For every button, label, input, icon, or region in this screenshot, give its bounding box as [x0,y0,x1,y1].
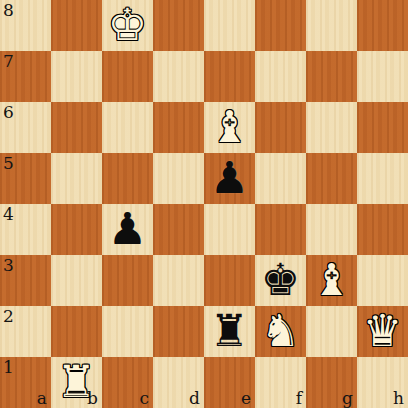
square-c7[interactable] [102,51,153,102]
rank-label-6: 6 [3,104,14,121]
square-e6[interactable]: ♝ [204,102,255,153]
file-label-e: e [241,390,251,407]
rank-label-2: 2 [3,308,14,325]
white-queen: ♛ [363,305,402,356]
square-h1[interactable]: h [357,357,408,408]
square-a4[interactable]: 4 [0,204,51,255]
square-g8[interactable] [306,0,357,51]
white-bishop: ♝ [210,101,249,152]
file-label-a: a [37,390,47,407]
square-d6[interactable] [153,102,204,153]
square-a7[interactable]: 7 [0,51,51,102]
square-c6[interactable] [102,102,153,153]
square-g4[interactable] [306,204,357,255]
square-f6[interactable] [255,102,306,153]
square-c1[interactable]: c [102,357,153,408]
square-e8[interactable] [204,0,255,51]
square-g5[interactable] [306,153,357,204]
file-label-d: d [189,390,200,407]
square-f1[interactable]: f [255,357,306,408]
white-rook: ♜ [57,356,96,407]
rank-label-1: 1 [3,359,14,376]
square-f5[interactable] [255,153,306,204]
square-e3[interactable] [204,255,255,306]
rank-label-5: 5 [3,155,14,172]
file-label-h: h [393,390,404,407]
square-a6[interactable]: 6 [0,102,51,153]
square-d5[interactable] [153,153,204,204]
square-f8[interactable] [255,0,306,51]
square-b4[interactable] [51,204,102,255]
black-rook: ♜ [210,305,249,356]
square-a5[interactable]: 5 [0,153,51,204]
square-g2[interactable] [306,306,357,357]
black-king: ♚ [261,254,300,305]
square-g7[interactable] [306,51,357,102]
square-d7[interactable] [153,51,204,102]
square-e1[interactable]: e [204,357,255,408]
square-h6[interactable] [357,102,408,153]
square-c8[interactable]: ♚ [102,0,153,51]
square-d3[interactable] [153,255,204,306]
rank-label-7: 7 [3,53,14,70]
chess-board: 8♚76♝5♟4♟3♚♝2♜♞♛1ab♜cdefgh [0,0,408,408]
square-g6[interactable] [306,102,357,153]
file-label-g: g [342,390,353,407]
square-b2[interactable] [51,306,102,357]
square-h2[interactable]: ♛ [357,306,408,357]
square-b6[interactable] [51,102,102,153]
square-a3[interactable]: 3 [0,255,51,306]
square-c2[interactable] [102,306,153,357]
square-g3[interactable]: ♝ [306,255,357,306]
square-f7[interactable] [255,51,306,102]
white-king: ♚ [108,0,147,50]
square-h7[interactable] [357,51,408,102]
square-h8[interactable] [357,0,408,51]
rank-label-4: 4 [3,206,14,223]
rank-label-8: 8 [3,2,14,19]
square-b7[interactable] [51,51,102,102]
square-h5[interactable] [357,153,408,204]
square-f2[interactable]: ♞ [255,306,306,357]
black-pawn: ♟ [210,152,249,203]
square-e4[interactable] [204,204,255,255]
square-a2[interactable]: 2 [0,306,51,357]
file-label-f: f [296,390,302,407]
square-c3[interactable] [102,255,153,306]
square-g1[interactable]: g [306,357,357,408]
square-h3[interactable] [357,255,408,306]
square-d4[interactable] [153,204,204,255]
file-label-c: c [139,390,149,407]
square-a8[interactable]: 8 [0,0,51,51]
square-b5[interactable] [51,153,102,204]
square-f4[interactable] [255,204,306,255]
square-c4[interactable]: ♟ [102,204,153,255]
square-e5[interactable]: ♟ [204,153,255,204]
square-b1[interactable]: b♜ [51,357,102,408]
rank-label-3: 3 [3,257,14,274]
white-bishop: ♝ [312,254,351,305]
black-pawn: ♟ [108,203,147,254]
white-knight: ♞ [261,305,300,356]
square-d8[interactable] [153,0,204,51]
square-e7[interactable] [204,51,255,102]
file-label-b: b [87,390,98,407]
square-f3[interactable]: ♚ [255,255,306,306]
square-c5[interactable] [102,153,153,204]
square-h4[interactable] [357,204,408,255]
square-b3[interactable] [51,255,102,306]
square-d2[interactable] [153,306,204,357]
square-b8[interactable] [51,0,102,51]
square-a1[interactable]: 1a [0,357,51,408]
square-d1[interactable]: d [153,357,204,408]
square-e2[interactable]: ♜ [204,306,255,357]
